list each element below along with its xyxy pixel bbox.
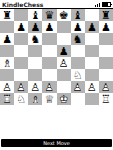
square-g5[interactable] (85, 45, 99, 57)
square-h5[interactable] (99, 45, 113, 57)
piece-white-outline: ♖ (2, 93, 12, 105)
piece-black-pawn: ♟ (2, 34, 12, 45)
square-g4[interactable] (85, 57, 99, 69)
chess-board: ♜♝♛♚♝♜♟♟♟♟♟♟♟♞♞♟♝♗♟♙♞♘♟♙♟♙♟♙♟♙♟♙♟♙♟♙♜♖♞♘… (0, 9, 113, 105)
square-f4[interactable] (71, 57, 85, 69)
square-a5[interactable] (0, 45, 14, 57)
piece-white-rook: ♜♖ (2, 94, 12, 105)
square-c4[interactable] (28, 57, 42, 69)
square-c3[interactable] (28, 69, 42, 81)
square-e8[interactable]: ♚ (57, 9, 71, 21)
square-d8[interactable]: ♛ (42, 9, 56, 21)
piece-white-knight: ♞♘ (73, 70, 83, 81)
piece-black-pawn: ♟ (59, 46, 69, 57)
piece-white-outline: ♖ (101, 93, 111, 105)
square-a4[interactable]: ♝♗ (0, 57, 14, 69)
square-h4[interactable] (99, 57, 113, 69)
piece-white-pawn: ♟♙ (59, 58, 69, 69)
piece-black-king: ♚ (59, 10, 69, 21)
title-bar: KindleChess (0, 0, 113, 9)
piece-black-bishop: ♝ (30, 10, 40, 21)
square-a1[interactable]: ♜♖ (0, 93, 14, 105)
piece-white-outline: ♙ (45, 81, 55, 93)
app-title: KindleChess (2, 0, 43, 9)
square-e4[interactable]: ♟♙ (57, 57, 71, 69)
square-h1[interactable]: ♜♖ (99, 93, 113, 105)
piece-white-outline: ♙ (2, 81, 12, 93)
piece-white-outline: ♙ (87, 81, 97, 93)
piece-black-pawn: ♟ (73, 22, 83, 33)
square-h2[interactable]: ♟♙ (99, 81, 113, 93)
piece-white-outline: ♕ (45, 93, 55, 105)
square-c7[interactable]: ♟ (28, 21, 42, 33)
piece-black-queen: ♛ (45, 10, 55, 21)
square-a8[interactable]: ♜ (0, 9, 14, 21)
square-d7[interactable]: ♟ (42, 21, 56, 33)
battery-icon (102, 2, 111, 7)
square-f6[interactable]: ♞ (71, 33, 85, 45)
square-b7[interactable]: ♟ (14, 21, 28, 33)
square-h3[interactable] (99, 69, 113, 81)
square-d2[interactable]: ♟♙ (42, 81, 56, 93)
square-b1[interactable]: ♞♘ (14, 93, 28, 105)
square-b2[interactable]: ♟♙ (14, 81, 28, 93)
square-g7[interactable]: ♟ (85, 21, 99, 33)
piece-white-outline: ♗ (30, 93, 40, 105)
square-g2[interactable]: ♟♙ (85, 81, 99, 93)
square-g3[interactable] (85, 69, 99, 81)
square-f1[interactable] (71, 93, 85, 105)
piece-white-outline: ♔ (59, 93, 69, 105)
square-h8[interactable]: ♜ (99, 9, 113, 21)
square-b8[interactable] (14, 9, 28, 21)
square-e2[interactable] (57, 81, 71, 93)
square-d5[interactable] (42, 45, 56, 57)
piece-white-bishop: ♝♗ (2, 58, 12, 69)
piece-white-pawn: ♟♙ (16, 82, 26, 93)
square-f7[interactable]: ♟ (71, 21, 85, 33)
square-f8[interactable]: ♝ (71, 9, 85, 21)
square-g8[interactable] (85, 9, 99, 21)
piece-black-knight: ♞ (73, 34, 83, 45)
square-a2[interactable]: ♟♙ (0, 81, 14, 93)
square-e3[interactable] (57, 69, 71, 81)
piece-white-outline: ♘ (73, 69, 83, 81)
piece-black-pawn: ♟ (16, 22, 26, 33)
square-h7[interactable]: ♟ (99, 21, 113, 33)
next-move-label: Next Move (43, 139, 70, 147)
square-b3[interactable] (14, 69, 28, 81)
piece-black-pawn: ♟ (87, 22, 97, 33)
square-d1[interactable]: ♛♕ (42, 93, 56, 105)
piece-white-pawn: ♟♙ (87, 82, 97, 93)
piece-white-pawn: ♟♙ (2, 82, 12, 93)
square-e1[interactable]: ♚♔ (57, 93, 71, 105)
piece-white-knight: ♞♘ (16, 94, 26, 105)
square-c6[interactable]: ♞ (28, 33, 42, 45)
square-c5[interactable] (28, 45, 42, 57)
piece-black-bishop: ♝ (73, 10, 83, 21)
piece-white-outline: ♙ (59, 57, 69, 69)
square-b4[interactable] (14, 57, 28, 69)
square-f5[interactable] (71, 45, 85, 57)
square-e6[interactable] (57, 33, 71, 45)
piece-white-outline: ♘ (16, 93, 26, 105)
piece-white-pawn: ♟♙ (30, 82, 40, 93)
piece-white-pawn: ♟♙ (101, 82, 111, 93)
piece-white-outline: ♙ (73, 81, 83, 93)
signal-icon (95, 2, 100, 7)
square-g1[interactable] (85, 93, 99, 105)
square-b6[interactable] (14, 33, 28, 45)
piece-black-pawn: ♟ (45, 22, 55, 33)
square-c2[interactable]: ♟♙ (28, 81, 42, 93)
status-icons (95, 2, 111, 7)
square-a6[interactable]: ♟ (0, 33, 14, 45)
square-b5[interactable] (14, 45, 28, 57)
square-a7[interactable] (0, 21, 14, 33)
piece-black-pawn: ♟ (30, 22, 40, 33)
square-e5[interactable]: ♟ (57, 45, 71, 57)
piece-white-outline: ♗ (2, 57, 12, 69)
square-f3[interactable]: ♞♘ (71, 69, 85, 81)
piece-white-outline: ♙ (16, 81, 26, 93)
piece-white-pawn: ♟♙ (73, 82, 83, 93)
piece-white-outline: ♙ (101, 81, 111, 93)
piece-white-pawn: ♟♙ (45, 82, 55, 93)
piece-white-queen: ♛♕ (45, 94, 55, 105)
square-d4[interactable] (42, 57, 56, 69)
square-c8[interactable]: ♝ (28, 9, 42, 21)
square-c1[interactable]: ♝♗ (28, 93, 42, 105)
piece-white-bishop: ♝♗ (30, 94, 40, 105)
piece-white-rook: ♜♖ (101, 94, 111, 105)
square-d6[interactable] (42, 33, 56, 45)
next-move-button[interactable]: Next Move (1, 139, 112, 147)
square-e7[interactable] (57, 21, 71, 33)
piece-black-rook: ♜ (101, 10, 111, 21)
piece-black-rook: ♜ (2, 10, 12, 21)
piece-white-outline: ♙ (30, 81, 40, 93)
square-g6[interactable] (85, 33, 99, 45)
piece-black-knight: ♞ (30, 34, 40, 45)
piece-black-pawn: ♟ (101, 22, 111, 33)
piece-white-king: ♚♔ (59, 94, 69, 105)
square-d3[interactable] (42, 69, 56, 81)
square-f2[interactable]: ♟♙ (71, 81, 85, 93)
square-h6[interactable] (99, 33, 113, 45)
square-a3[interactable] (0, 69, 14, 81)
